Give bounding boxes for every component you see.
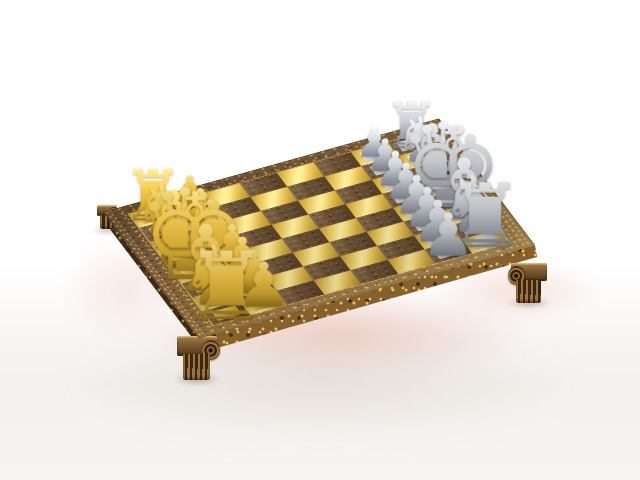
chess-set-photo: ♜♜♟♟♟♟♜♜♞♞♟♟♟♟♞♞♝♝♟♟♟♟♝♝♛♛♟♟♟♟♛♛♚♚♟♟♟♟♚♚… (0, 0, 640, 480)
pawn-glyph: ♟ (236, 254, 292, 316)
